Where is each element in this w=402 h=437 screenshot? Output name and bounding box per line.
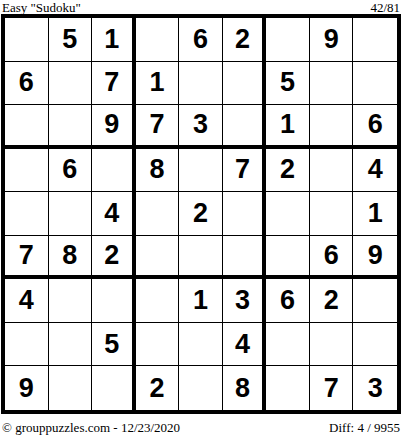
cell-r2c2[interactable] (49, 62, 93, 106)
cell-r1c7[interactable] (266, 18, 310, 62)
cell-r2c7[interactable]: 5 (266, 62, 310, 106)
cell-r3c8[interactable] (310, 105, 354, 149)
sudoku-board: 516296715973166872442178269413625492873 (1, 14, 401, 414)
cell-r2c4[interactable]: 1 (136, 62, 180, 106)
cell-r5c9[interactable]: 1 (353, 192, 397, 236)
page-footer: © grouppuzzles.com - 12/23/2020 Diff: 4 … (0, 419, 402, 434)
cell-r6c3[interactable]: 2 (92, 236, 136, 280)
cell-r9c1[interactable]: 9 (5, 366, 49, 410)
cell-r4c7[interactable]: 2 (266, 149, 310, 193)
cell-r8c6[interactable]: 4 (223, 323, 267, 367)
cell-r5c1[interactable] (5, 192, 49, 236)
cell-r9c4[interactable]: 2 (136, 366, 180, 410)
cell-r5c8[interactable] (310, 192, 354, 236)
cell-r9c9[interactable]: 3 (353, 366, 397, 410)
page-header: Easy "Sudoku" 42/81 (0, 0, 402, 14)
cell-r5c6[interactable] (223, 192, 267, 236)
cell-r5c5[interactable]: 2 (179, 192, 223, 236)
cell-r1c4[interactable] (136, 18, 180, 62)
cell-r5c4[interactable] (136, 192, 180, 236)
cell-r9c6[interactable]: 8 (223, 366, 267, 410)
cell-r2c8[interactable] (310, 62, 354, 106)
cell-r5c7[interactable] (266, 192, 310, 236)
cell-r3c4[interactable]: 7 (136, 105, 180, 149)
cell-r7c8[interactable]: 2 (310, 279, 354, 323)
cell-r3c9[interactable]: 6 (353, 105, 397, 149)
cell-r2c9[interactable] (353, 62, 397, 106)
cell-r1c8[interactable]: 9 (310, 18, 354, 62)
cell-r4c3[interactable] (92, 149, 136, 193)
cell-r1c6[interactable]: 2 (223, 18, 267, 62)
cell-r2c5[interactable] (179, 62, 223, 106)
cell-r1c2[interactable]: 5 (49, 18, 93, 62)
cell-r6c7[interactable] (266, 236, 310, 280)
cell-r8c9[interactable] (353, 323, 397, 367)
cell-r1c3[interactable]: 1 (92, 18, 136, 62)
cell-r3c1[interactable] (5, 105, 49, 149)
puzzle-title: Easy "Sudoku" (2, 1, 81, 14)
cell-r7c9[interactable] (353, 279, 397, 323)
cell-r4c2[interactable]: 6 (49, 149, 93, 193)
cell-r5c3[interactable]: 4 (92, 192, 136, 236)
cell-r2c1[interactable]: 6 (5, 62, 49, 106)
cell-r3c6[interactable] (223, 105, 267, 149)
difficulty-rating: Diff: 4 / 9955 (329, 421, 400, 434)
cell-r2c6[interactable] (223, 62, 267, 106)
cell-r6c9[interactable]: 9 (353, 236, 397, 280)
cell-r7c2[interactable] (49, 279, 93, 323)
cell-r1c5[interactable]: 6 (179, 18, 223, 62)
cell-r7c6[interactable]: 3 (223, 279, 267, 323)
cell-r3c3[interactable]: 9 (92, 105, 136, 149)
cell-r6c5[interactable] (179, 236, 223, 280)
cell-r9c8[interactable]: 7 (310, 366, 354, 410)
cell-r3c2[interactable] (49, 105, 93, 149)
cell-r4c4[interactable]: 8 (136, 149, 180, 193)
cell-r1c1[interactable] (5, 18, 49, 62)
cell-r4c1[interactable] (5, 149, 49, 193)
cell-r8c7[interactable] (266, 323, 310, 367)
cell-r6c8[interactable]: 6 (310, 236, 354, 280)
cell-r8c1[interactable] (5, 323, 49, 367)
cell-r2c3[interactable]: 7 (92, 62, 136, 106)
cell-r8c5[interactable] (179, 323, 223, 367)
cell-r3c5[interactable]: 3 (179, 105, 223, 149)
cell-r3c7[interactable]: 1 (266, 105, 310, 149)
cell-r4c5[interactable] (179, 149, 223, 193)
cell-r7c3[interactable] (92, 279, 136, 323)
cell-r7c5[interactable]: 1 (179, 279, 223, 323)
cell-r4c8[interactable] (310, 149, 354, 193)
cell-r7c1[interactable]: 4 (5, 279, 49, 323)
cell-r9c7[interactable] (266, 366, 310, 410)
cell-r9c3[interactable] (92, 366, 136, 410)
cell-r8c4[interactable] (136, 323, 180, 367)
cell-r8c8[interactable] (310, 323, 354, 367)
blank-cell-counter: 42/81 (370, 1, 400, 14)
cell-r7c7[interactable]: 6 (266, 279, 310, 323)
cell-r9c2[interactable] (49, 366, 93, 410)
cell-r7c4[interactable] (136, 279, 180, 323)
cell-r9c5[interactable] (179, 366, 223, 410)
copyright-credit: © grouppuzzles.com - 12/23/2020 (2, 421, 180, 434)
cell-r5c2[interactable] (49, 192, 93, 236)
cell-r8c2[interactable] (49, 323, 93, 367)
cell-r4c6[interactable]: 7 (223, 149, 267, 193)
cell-r1c9[interactable] (353, 18, 397, 62)
cell-r8c3[interactable]: 5 (92, 323, 136, 367)
cell-r6c4[interactable] (136, 236, 180, 280)
cell-r6c1[interactable]: 7 (5, 236, 49, 280)
cell-r6c2[interactable]: 8 (49, 236, 93, 280)
cell-r4c9[interactable]: 4 (353, 149, 397, 193)
cell-r6c6[interactable] (223, 236, 267, 280)
